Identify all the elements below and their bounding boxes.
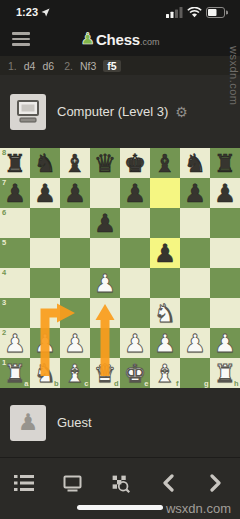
square-f3[interactable]: ♞	[150, 298, 180, 328]
computer-monitor-icon	[15, 99, 41, 124]
white-pawn[interactable]: ♟	[60, 328, 90, 358]
square-h3[interactable]	[210, 298, 240, 328]
white-rook[interactable]: ♜	[210, 358, 240, 388]
square-c1[interactable]: c♝	[60, 358, 90, 388]
black-knight[interactable]: ♞	[30, 148, 60, 178]
white-pawn[interactable]: ♟	[30, 328, 60, 358]
square-e1[interactable]: e♚	[120, 358, 150, 388]
logo-tld: .com	[140, 37, 160, 47]
logo-pawn-icon: ♟	[81, 31, 95, 47]
square-a1[interactable]: 1a♜	[0, 358, 30, 388]
square-d1[interactable]: d♛	[90, 358, 120, 388]
square-a4[interactable]: 4	[0, 268, 30, 298]
menu-icon[interactable]	[12, 32, 30, 46]
square-e8[interactable]: ♚	[120, 148, 150, 178]
white-bishop[interactable]: ♝	[150, 358, 180, 388]
square-b6[interactable]	[30, 208, 60, 238]
square-d4[interactable]: ♟	[90, 268, 120, 298]
move-number: 1.	[8, 60, 17, 72]
clock: 1:23	[16, 6, 38, 18]
player-bottom: ♟ Guest	[0, 388, 240, 457]
square-f1[interactable]: f♝	[150, 358, 180, 388]
square-h5[interactable]	[210, 238, 240, 268]
moves-list-icon	[14, 475, 34, 491]
black-pawn[interactable]: ♟	[180, 178, 210, 208]
square-g5[interactable]	[180, 238, 210, 268]
black-knight[interactable]: ♞	[180, 148, 210, 178]
black-bishop[interactable]: ♝	[150, 148, 180, 178]
square-d3[interactable]	[90, 298, 120, 328]
square-b8[interactable]: ♞	[30, 148, 60, 178]
black-pawn[interactable]: ♟	[90, 208, 120, 238]
analysis-button[interactable]	[96, 465, 144, 501]
move-list: 1.d4d62.Nf3f5	[0, 56, 240, 75]
square-d6[interactable]: ♟	[90, 208, 120, 238]
back-button[interactable]	[144, 465, 192, 501]
black-pawn[interactable]: ♟	[150, 238, 180, 268]
board-area: 8♜♞♝♛♚♝♞♜7♟♟♟♟♟♟6♟5♟4♟3♞2♟♟♟♟♟♟♟1a♜b♞c♝d…	[0, 148, 240, 388]
square-b4[interactable]	[30, 268, 60, 298]
status-right	[166, 7, 228, 18]
square-a2[interactable]: 2♟	[0, 328, 30, 358]
analysis-icon	[110, 473, 131, 494]
top-chrome: 1:23 ♟ Chess .com	[0, 0, 240, 56]
square-g2[interactable]: ♟	[180, 328, 210, 358]
move-number: 2.	[64, 60, 73, 72]
move[interactable]: Nf3	[80, 60, 96, 72]
cellular-signal-icon	[166, 7, 183, 18]
square-e5[interactable]	[120, 238, 150, 268]
white-queen[interactable]: ♛	[90, 358, 120, 388]
square-g4[interactable]	[180, 268, 210, 298]
square-h8[interactable]: ♜	[210, 148, 240, 178]
forward-button[interactable]	[192, 465, 240, 501]
white-knight[interactable]: ♞	[150, 298, 180, 328]
move-pair: 2.Nf3f5	[64, 60, 120, 72]
square-d2[interactable]	[90, 328, 120, 358]
white-rook[interactable]: ♜	[0, 358, 30, 388]
square-e6[interactable]	[120, 208, 150, 238]
chesscom-logo: ♟ Chess .com	[81, 31, 160, 48]
square-b1[interactable]: b♞	[30, 358, 60, 388]
square-h2[interactable]: ♟	[210, 328, 240, 358]
watermark-bottom: wsxdn.com	[166, 501, 231, 516]
black-pawn[interactable]: ♟	[210, 178, 240, 208]
square-c7[interactable]: ♟	[60, 178, 90, 208]
chevron-left-icon	[162, 474, 174, 492]
square-e7[interactable]: ♟	[120, 178, 150, 208]
square-f5[interactable]: ♟	[150, 238, 180, 268]
square-b2[interactable]: ♟	[30, 328, 60, 358]
chevron-right-icon	[210, 474, 222, 492]
square-g6[interactable]	[180, 208, 210, 238]
square-d5[interactable]	[90, 238, 120, 268]
white-pawn[interactable]: ♟	[0, 328, 30, 358]
white-pawn[interactable]: ♟	[90, 268, 120, 298]
status-left: 1:23	[16, 6, 50, 18]
move[interactable]: f5	[103, 60, 120, 72]
logo-brand: Chess	[96, 31, 140, 48]
square-h1[interactable]: h♜	[210, 358, 240, 388]
move[interactable]: d4	[24, 60, 36, 72]
square-d7[interactable]	[90, 178, 120, 208]
square-b7[interactable]: ♟	[30, 178, 60, 208]
black-rook[interactable]: ♜	[210, 148, 240, 178]
wifi-icon	[187, 7, 202, 18]
square-e2[interactable]: ♟	[120, 328, 150, 358]
square-g3[interactable]	[180, 298, 210, 328]
location-arrow-icon	[41, 8, 50, 17]
moves-list-button[interactable]	[0, 465, 48, 501]
black-rook[interactable]: ♜	[0, 148, 30, 178]
app-root: 1:23 ♟ Chess .com 1.d4d62.Nf3f5 Computer…	[0, 0, 240, 519]
coord-file-g: g	[204, 380, 209, 388]
white-pawn[interactable]: ♟	[120, 328, 150, 358]
black-pawn[interactable]: ♟	[120, 178, 150, 208]
square-e4[interactable]	[120, 268, 150, 298]
black-pawn[interactable]: ♟	[30, 178, 60, 208]
guest-pawn-icon: ♟	[18, 411, 39, 434]
square-f8[interactable]: ♝	[150, 148, 180, 178]
status-bar: 1:23	[0, 0, 240, 22]
square-c5[interactable]	[60, 238, 90, 268]
black-queen[interactable]: ♛	[90, 148, 120, 178]
computer-icon	[63, 475, 82, 492]
guest-avatar: ♟	[10, 405, 46, 441]
square-b5[interactable]	[30, 238, 60, 268]
coord-rank-6: 6	[2, 209, 6, 217]
white-pawn[interactable]: ♟	[210, 328, 240, 358]
square-d8[interactable]: ♛	[90, 148, 120, 178]
square-c3[interactable]	[60, 298, 90, 328]
player-top: Computer (Level 3) ⚙	[0, 75, 240, 148]
white-king[interactable]: ♚	[120, 358, 150, 388]
chess-board: 8♜♞♝♛♚♝♞♜7♟♟♟♟♟♟6♟5♟4♟3♞2♟♟♟♟♟♟♟1a♜b♞c♝d…	[0, 148, 240, 388]
square-f2[interactable]: ♟	[150, 328, 180, 358]
black-pawn[interactable]: ♟	[0, 178, 30, 208]
player-bottom-name: Guest	[57, 415, 92, 430]
black-king[interactable]: ♚	[120, 148, 150, 178]
square-g7[interactable]: ♟	[180, 178, 210, 208]
square-a8[interactable]: 8♜	[0, 148, 30, 178]
app-header: ♟ Chess .com	[0, 22, 240, 56]
coord-rank-5: 5	[2, 239, 6, 247]
watermark-side: wsxdn.com	[228, 46, 240, 106]
battery-icon	[206, 7, 228, 18]
white-pawn[interactable]: ♟	[180, 328, 210, 358]
square-a5[interactable]: 5	[0, 238, 30, 268]
square-f7[interactable]	[150, 178, 180, 208]
square-g1[interactable]: g	[180, 358, 210, 388]
square-h4[interactable]	[210, 268, 240, 298]
white-knight[interactable]: ♞	[30, 358, 60, 388]
square-f6[interactable]	[150, 208, 180, 238]
square-h7[interactable]: ♟	[210, 178, 240, 208]
coord-rank-4: 4	[2, 269, 6, 277]
move[interactable]: d6	[42, 60, 54, 72]
computer-avatar	[10, 94, 46, 130]
square-c8[interactable]: ♝	[60, 148, 90, 178]
square-c6[interactable]	[60, 208, 90, 238]
square-c4[interactable]	[60, 268, 90, 298]
player-top-name: Computer (Level 3)	[57, 104, 168, 119]
square-a3[interactable]: 3	[0, 298, 30, 328]
black-pawn[interactable]: ♟	[60, 178, 90, 208]
square-g8[interactable]: ♞	[180, 148, 210, 178]
move-pair: 1.d4d6	[8, 60, 54, 72]
white-pawn[interactable]: ♟	[150, 328, 180, 358]
square-e3[interactable]	[120, 298, 150, 328]
square-f4[interactable]	[150, 268, 180, 298]
black-bishop[interactable]: ♝	[60, 148, 90, 178]
coord-rank-3: 3	[2, 299, 6, 307]
square-h6[interactable]	[210, 208, 240, 238]
white-bishop[interactable]: ♝	[60, 358, 90, 388]
square-c2[interactable]: ♟	[60, 328, 90, 358]
vs-computer-button[interactable]	[48, 465, 96, 501]
home-indicator	[77, 505, 163, 510]
square-a7[interactable]: 7♟	[0, 178, 30, 208]
gear-icon[interactable]: ⚙	[175, 105, 188, 119]
square-b3[interactable]	[30, 298, 60, 328]
square-a6[interactable]: 6	[0, 208, 30, 238]
